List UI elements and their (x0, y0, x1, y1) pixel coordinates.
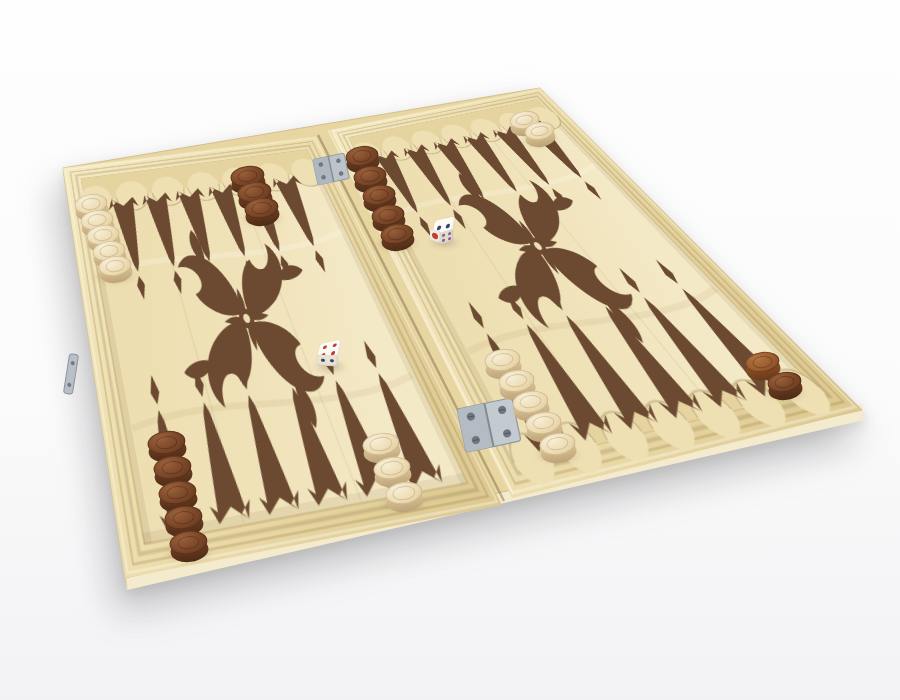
checker-light[interactable] (538, 431, 578, 465)
pieces-layer (0, 0, 900, 700)
checker-light[interactable] (523, 120, 556, 149)
die[interactable] (433, 219, 462, 251)
checker-dark[interactable] (379, 222, 415, 253)
die-pip (437, 226, 441, 230)
die-face-front (316, 355, 338, 367)
checker-light[interactable] (97, 254, 133, 285)
die-pip (332, 343, 336, 347)
die-pip (330, 359, 334, 363)
die-pip (448, 236, 451, 240)
die-pip (442, 233, 445, 237)
photo-backdrop: Overhead oblique photograph of an open w… (0, 0, 900, 700)
die-pip (446, 224, 450, 228)
die-pip (442, 238, 445, 242)
die[interactable] (318, 342, 349, 375)
die-pip (321, 359, 325, 363)
checker-dark[interactable] (243, 196, 281, 228)
checker-light[interactable] (384, 479, 425, 514)
die-pip (323, 345, 327, 349)
checker-dark[interactable] (168, 528, 210, 564)
die-pip (448, 231, 451, 235)
die-pip (432, 231, 438, 239)
die-face-right (440, 229, 453, 245)
checker-dark[interactable] (766, 370, 804, 402)
